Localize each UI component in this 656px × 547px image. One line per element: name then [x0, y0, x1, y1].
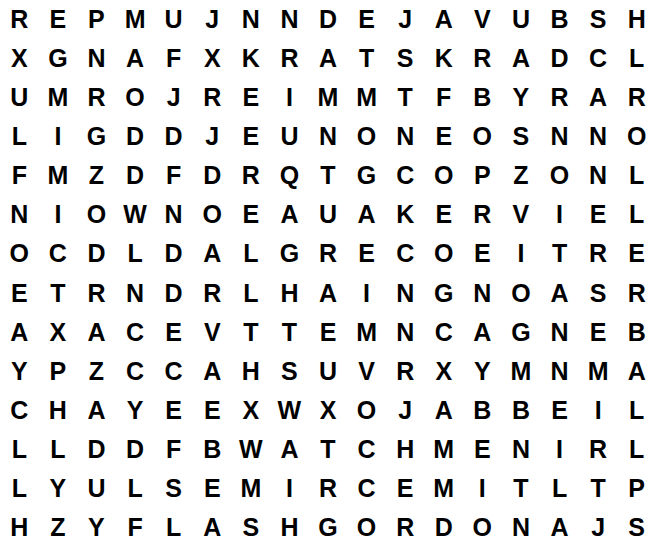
grid-cell-r9c4[interactable]: C [116, 313, 155, 352]
grid-cell-r13c12[interactable]: M [424, 469, 463, 508]
grid-cell-r3c15[interactable]: R [540, 78, 579, 117]
grid-cell-r14c11[interactable]: R [386, 508, 425, 547]
grid-cell-r9c13[interactable]: A [463, 313, 502, 352]
grid-cell-r10c17[interactable]: A [617, 352, 656, 391]
grid-cell-r1c3[interactable]: P [77, 0, 116, 39]
grid-cell-r9c8[interactable]: T [270, 313, 309, 352]
grid-cell-r1c15[interactable]: B [540, 0, 579, 39]
grid-cell-r11c9[interactable]: X [309, 391, 348, 430]
grid-cell-r8c3[interactable]: R [77, 274, 116, 313]
grid-cell-r13c7[interactable]: M [232, 469, 271, 508]
grid-cell-r11c7[interactable]: X [232, 391, 271, 430]
grid-cell-r11c1[interactable]: C [0, 391, 39, 430]
grid-cell-r14c3[interactable]: Y [77, 508, 116, 547]
grid-cell-r7c5[interactable]: D [154, 234, 193, 273]
grid-cell-r10c15[interactable]: N [540, 352, 579, 391]
grid-cell-r1c5[interactable]: U [154, 0, 193, 39]
grid-cell-r4c14[interactable]: S [502, 117, 541, 156]
grid-cell-r11c5[interactable]: E [154, 391, 193, 430]
grid-cell-r3c13[interactable]: B [463, 78, 502, 117]
grid-cell-r7c1[interactable]: O [0, 234, 39, 273]
grid-cell-r5c9[interactable]: T [309, 156, 348, 195]
grid-cell-r2c2[interactable]: G [39, 39, 78, 78]
grid-cell-r11c3[interactable]: A [77, 391, 116, 430]
grid-cell-r8c7[interactable]: L [232, 274, 271, 313]
grid-cell-r1c2[interactable]: E [39, 0, 78, 39]
grid-cell-r14c7[interactable]: S [232, 508, 271, 547]
grid-cell-r8c11[interactable]: N [386, 274, 425, 313]
grid-cell-r10c4[interactable]: C [116, 352, 155, 391]
grid-cell-r14c2[interactable]: Z [39, 508, 78, 547]
grid-cell-r2c16[interactable]: C [579, 39, 618, 78]
grid-cell-r12c16[interactable]: R [579, 430, 618, 469]
grid-cell-r3c1[interactable]: U [0, 78, 39, 117]
grid-cell-r11c15[interactable]: E [540, 391, 579, 430]
grid-cell-r6c5[interactable]: N [154, 195, 193, 234]
grid-cell-r8c17[interactable]: R [617, 274, 656, 313]
grid-cell-r12c7[interactable]: W [232, 430, 271, 469]
grid-cell-r7c3[interactable]: D [77, 234, 116, 273]
grid-cell-r10c12[interactable]: X [424, 352, 463, 391]
grid-cell-r1c6[interactable]: J [193, 0, 232, 39]
grid-cell-r2c1[interactable]: X [0, 39, 39, 78]
grid-cell-r2c12[interactable]: K [424, 39, 463, 78]
grid-cell-r13c15[interactable]: L [540, 469, 579, 508]
grid-cell-r14c13[interactable]: O [463, 508, 502, 547]
grid-cell-r9c17[interactable]: B [617, 313, 656, 352]
grid-cell-r8c14[interactable]: O [502, 274, 541, 313]
grid-cell-r4c1[interactable]: L [0, 117, 39, 156]
grid-cell-r11c8[interactable]: W [270, 391, 309, 430]
grid-cell-r13c8[interactable]: I [270, 469, 309, 508]
grid-cell-r2c17[interactable]: L [617, 39, 656, 78]
grid-cell-r13c3[interactable]: U [77, 469, 116, 508]
word-search-board: REPMUJNNDEJAVUBSHXGNAFXKRATSKRADCLUMROJR… [0, 0, 656, 547]
grid-cell-r1c4[interactable]: M [116, 0, 155, 39]
grid-cell-r6c6[interactable]: O [193, 195, 232, 234]
grid-cell-r4c8[interactable]: U [270, 117, 309, 156]
grid-cell-r2c10[interactable]: T [347, 39, 386, 78]
grid-cell-r9c15[interactable]: N [540, 313, 579, 352]
grid-cell-r14c10[interactable]: O [347, 508, 386, 547]
grid-cell-r6c4[interactable]: W [116, 195, 155, 234]
grid-cell-r3c16[interactable]: A [579, 78, 618, 117]
grid-cell-r13c1[interactable]: L [0, 469, 39, 508]
grid-cell-r5c7[interactable]: R [232, 156, 271, 195]
grid-cell-r10c3[interactable]: Z [77, 352, 116, 391]
grid-cell-r8c15[interactable]: A [540, 274, 579, 313]
grid-cell-r12c11[interactable]: H [386, 430, 425, 469]
grid-cell-r10c13[interactable]: Y [463, 352, 502, 391]
grid-cell-r3c8[interactable]: I [270, 78, 309, 117]
grid-cell-r12c1[interactable]: L [0, 430, 39, 469]
grid-cell-r7c12[interactable]: O [424, 234, 463, 273]
grid-cell-r10c11[interactable]: R [386, 352, 425, 391]
grid-cell-r4c10[interactable]: O [347, 117, 386, 156]
grid-cell-r14c16[interactable]: J [579, 508, 618, 547]
grid-cell-r10c8[interactable]: S [270, 352, 309, 391]
grid-cell-r11c17[interactable]: L [617, 391, 656, 430]
grid-cell-r11c4[interactable]: Y [116, 391, 155, 430]
grid-cell-r12c13[interactable]: E [463, 430, 502, 469]
grid-cell-r5c4[interactable]: D [116, 156, 155, 195]
grid-cell-r11c13[interactable]: B [463, 391, 502, 430]
grid-cell-r1c17[interactable]: H [617, 0, 656, 39]
grid-cell-r13c17[interactable]: P [617, 469, 656, 508]
grid-cell-r11c11[interactable]: J [386, 391, 425, 430]
grid-cell-r14c15[interactable]: A [540, 508, 579, 547]
grid-cell-r12c4[interactable]: D [116, 430, 155, 469]
grid-cell-r10c2[interactable]: P [39, 352, 78, 391]
grid-cell-r7c14[interactable]: I [502, 234, 541, 273]
grid-cell-r12c17[interactable]: L [617, 430, 656, 469]
grid-cell-r8c8[interactable]: H [270, 274, 309, 313]
grid-cell-r13c9[interactable]: R [309, 469, 348, 508]
grid-cell-r5c1[interactable]: F [0, 156, 39, 195]
grid-cell-r4c6[interactable]: J [193, 117, 232, 156]
grid-cell-r13c16[interactable]: T [579, 469, 618, 508]
grid-cell-r12c5[interactable]: F [154, 430, 193, 469]
grid-cell-r9c10[interactable]: M [347, 313, 386, 352]
grid-cell-r12c3[interactable]: D [77, 430, 116, 469]
grid-cell-r11c16[interactable]: I [579, 391, 618, 430]
grid-cell-r8c12[interactable]: G [424, 274, 463, 313]
grid-cell-r8c5[interactable]: D [154, 274, 193, 313]
grid-cell-r8c6[interactable]: R [193, 274, 232, 313]
grid-cell-r1c11[interactable]: J [386, 0, 425, 39]
grid-cell-r7c8[interactable]: G [270, 234, 309, 273]
grid-cell-r12c9[interactable]: T [309, 430, 348, 469]
grid-cell-r14c12[interactable]: D [424, 508, 463, 547]
grid-cell-r10c9[interactable]: U [309, 352, 348, 391]
grid-cell-r13c14[interactable]: T [502, 469, 541, 508]
grid-cell-r10c1[interactable]: Y [0, 352, 39, 391]
grid-cell-r4c16[interactable]: N [579, 117, 618, 156]
grid-cell-r2c3[interactable]: N [77, 39, 116, 78]
grid-cell-r1c8[interactable]: N [270, 0, 309, 39]
grid-cell-r6c13[interactable]: R [463, 195, 502, 234]
grid-cell-r9c7[interactable]: T [232, 313, 271, 352]
grid-cell-r11c2[interactable]: H [39, 391, 78, 430]
grid-cell-r11c6[interactable]: E [193, 391, 232, 430]
grid-cell-r2c4[interactable]: A [116, 39, 155, 78]
grid-cell-r5c14[interactable]: Z [502, 156, 541, 195]
grid-cell-r7c11[interactable]: C [386, 234, 425, 273]
grid-cell-r3c12[interactable]: F [424, 78, 463, 117]
grid-cell-r6c17[interactable]: L [617, 195, 656, 234]
grid-cell-r4c11[interactable]: N [386, 117, 425, 156]
grid-cell-r4c15[interactable]: N [540, 117, 579, 156]
grid-cell-r12c12[interactable]: M [424, 430, 463, 469]
grid-cell-r6c11[interactable]: K [386, 195, 425, 234]
grid-cell-r3c9[interactable]: M [309, 78, 348, 117]
grid-cell-r5c10[interactable]: G [347, 156, 386, 195]
grid-cell-r2c5[interactable]: F [154, 39, 193, 78]
grid-cell-r2c14[interactable]: A [502, 39, 541, 78]
grid-cell-r12c8[interactable]: A [270, 430, 309, 469]
grid-cell-r1c12[interactable]: A [424, 0, 463, 39]
grid-cell-r3c3[interactable]: R [77, 78, 116, 117]
grid-cell-r6c9[interactable]: U [309, 195, 348, 234]
grid-cell-r5c12[interactable]: O [424, 156, 463, 195]
grid-cell-r11c12[interactable]: A [424, 391, 463, 430]
grid-cell-r3c2[interactable]: M [39, 78, 78, 117]
grid-cell-r10c14[interactable]: M [502, 352, 541, 391]
grid-cell-r5c5[interactable]: F [154, 156, 193, 195]
grid-cell-r14c4[interactable]: F [116, 508, 155, 547]
grid-cell-r8c9[interactable]: A [309, 274, 348, 313]
grid-cell-r9c6[interactable]: V [193, 313, 232, 352]
grid-cell-r6c15[interactable]: I [540, 195, 579, 234]
grid-cell-r9c14[interactable]: G [502, 313, 541, 352]
grid-cell-r6c10[interactable]: A [347, 195, 386, 234]
grid-cell-r2c6[interactable]: X [193, 39, 232, 78]
grid-cell-r12c10[interactable]: C [347, 430, 386, 469]
grid-cell-r13c2[interactable]: Y [39, 469, 78, 508]
grid-cell-r7c2[interactable]: C [39, 234, 78, 273]
grid-cell-r13c13[interactable]: I [463, 469, 502, 508]
grid-cell-r1c13[interactable]: V [463, 0, 502, 39]
grid-cell-r4c2[interactable]: I [39, 117, 78, 156]
grid-cell-r7c4[interactable]: L [116, 234, 155, 273]
grid-cell-r3c4[interactable]: O [116, 78, 155, 117]
grid-cell-r13c5[interactable]: S [154, 469, 193, 508]
grid-cell-r3c5[interactable]: J [154, 78, 193, 117]
grid-cell-r8c16[interactable]: S [579, 274, 618, 313]
grid-cell-r5c11[interactable]: C [386, 156, 425, 195]
grid-cell-r4c17[interactable]: O [617, 117, 656, 156]
grid-cell-r3c14[interactable]: Y [502, 78, 541, 117]
grid-cell-r10c6[interactable]: A [193, 352, 232, 391]
grid-cell-r1c10[interactable]: E [347, 0, 386, 39]
grid-cell-r6c7[interactable]: E [232, 195, 271, 234]
grid-cell-r6c2[interactable]: I [39, 195, 78, 234]
grid-cell-r3c17[interactable]: R [617, 78, 656, 117]
grid-cell-r2c15[interactable]: D [540, 39, 579, 78]
grid-cell-r9c2[interactable]: X [39, 313, 78, 352]
grid-cell-r10c10[interactable]: V [347, 352, 386, 391]
grid-cell-r12c2[interactable]: L [39, 430, 78, 469]
grid-cell-r1c16[interactable]: S [579, 0, 618, 39]
grid-cell-r11c10[interactable]: O [347, 391, 386, 430]
grid-cell-r3c7[interactable]: E [232, 78, 271, 117]
grid-cell-r14c6[interactable]: A [193, 508, 232, 547]
grid-cell-r5c13[interactable]: P [463, 156, 502, 195]
grid-cell-r2c9[interactable]: A [309, 39, 348, 78]
grid-cell-r7c9[interactable]: R [309, 234, 348, 273]
grid-cell-r4c4[interactable]: D [116, 117, 155, 156]
grid-cell-r5c2[interactable]: M [39, 156, 78, 195]
grid-cell-r8c2[interactable]: T [39, 274, 78, 313]
grid-cell-r11c14[interactable]: B [502, 391, 541, 430]
grid-cell-r6c3[interactable]: O [77, 195, 116, 234]
grid-cell-r3c11[interactable]: T [386, 78, 425, 117]
grid-cell-r5c16[interactable]: N [579, 156, 618, 195]
grid-cell-r4c9[interactable]: N [309, 117, 348, 156]
grid-cell-r7c13[interactable]: E [463, 234, 502, 273]
grid-cell-r13c11[interactable]: E [386, 469, 425, 508]
grid-cell-r14c5[interactable]: L [154, 508, 193, 547]
grid-cell-r4c12[interactable]: E [424, 117, 463, 156]
grid-cell-r7c15[interactable]: T [540, 234, 579, 273]
grid-cell-r4c3[interactable]: G [77, 117, 116, 156]
grid-cell-r8c13[interactable]: N [463, 274, 502, 313]
grid-cell-r14c1[interactable]: H [0, 508, 39, 547]
grid-cell-r9c3[interactable]: A [77, 313, 116, 352]
grid-cell-r9c5[interactable]: E [154, 313, 193, 352]
grid-cell-r1c14[interactable]: U [502, 0, 541, 39]
grid-cell-r6c16[interactable]: E [579, 195, 618, 234]
grid-cell-r2c7[interactable]: K [232, 39, 271, 78]
grid-cell-r10c16[interactable]: M [579, 352, 618, 391]
grid-cell-r10c7[interactable]: H [232, 352, 271, 391]
grid-cell-r12c15[interactable]: I [540, 430, 579, 469]
grid-cell-r9c11[interactable]: N [386, 313, 425, 352]
grid-cell-r3c10[interactable]: M [347, 78, 386, 117]
grid-cell-r1c7[interactable]: N [232, 0, 271, 39]
grid-cell-r8c4[interactable]: N [116, 274, 155, 313]
grid-cell-r14c9[interactable]: G [309, 508, 348, 547]
grid-cell-r14c14[interactable]: N [502, 508, 541, 547]
grid-cell-r8c1[interactable]: E [0, 274, 39, 313]
grid-cell-r13c4[interactable]: L [116, 469, 155, 508]
grid-cell-r7c7[interactable]: L [232, 234, 271, 273]
grid-cell-r12c14[interactable]: N [502, 430, 541, 469]
grid-cell-r14c17[interactable]: S [617, 508, 656, 547]
grid-cell-r9c1[interactable]: A [0, 313, 39, 352]
grid-cell-r2c13[interactable]: R [463, 39, 502, 78]
grid-cell-r6c1[interactable]: N [0, 195, 39, 234]
grid-cell-r14c8[interactable]: H [270, 508, 309, 547]
grid-cell-r3c6[interactable]: R [193, 78, 232, 117]
grid-cell-r2c8[interactable]: R [270, 39, 309, 78]
grid-cell-r7c10[interactable]: E [347, 234, 386, 273]
grid-cell-r7c16[interactable]: R [579, 234, 618, 273]
grid-cell-r9c12[interactable]: C [424, 313, 463, 352]
grid-cell-r5c6[interactable]: D [193, 156, 232, 195]
grid-cell-r1c9[interactable]: D [309, 0, 348, 39]
grid-cell-r4c13[interactable]: O [463, 117, 502, 156]
grid-cell-r6c12[interactable]: E [424, 195, 463, 234]
grid-cell-r1c1[interactable]: R [0, 0, 39, 39]
grid-cell-r6c14[interactable]: V [502, 195, 541, 234]
grid-cell-r4c5[interactable]: D [154, 117, 193, 156]
grid-cell-r7c6[interactable]: A [193, 234, 232, 273]
grid-cell-r12c6[interactable]: B [193, 430, 232, 469]
grid-cell-r6c8[interactable]: A [270, 195, 309, 234]
grid-cell-r5c15[interactable]: O [540, 156, 579, 195]
grid-cell-r7c17[interactable]: E [617, 234, 656, 273]
grid-cell-r8c10[interactable]: I [347, 274, 386, 313]
grid-cell-r13c6[interactable]: E [193, 469, 232, 508]
grid-cell-r5c3[interactable]: Z [77, 156, 116, 195]
grid-cell-r5c8[interactable]: Q [270, 156, 309, 195]
grid-cell-r10c5[interactable]: C [154, 352, 193, 391]
grid-cell-r4c7[interactable]: E [232, 117, 271, 156]
grid-cell-r5c17[interactable]: L [617, 156, 656, 195]
grid-cell-r9c9[interactable]: E [309, 313, 348, 352]
grid-cell-r13c10[interactable]: C [347, 469, 386, 508]
grid-cell-r9c16[interactable]: E [579, 313, 618, 352]
grid-cell-r2c11[interactable]: S [386, 39, 425, 78]
